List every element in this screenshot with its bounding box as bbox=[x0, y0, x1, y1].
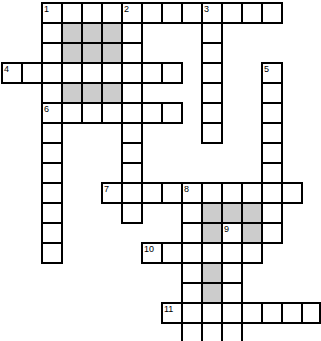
clue-number: 7 bbox=[104, 184, 109, 194]
grid-cell[interactable] bbox=[201, 62, 223, 84]
grid-cell[interactable] bbox=[241, 182, 263, 204]
grid-cell[interactable] bbox=[41, 142, 63, 164]
grid-cell[interactable] bbox=[121, 102, 143, 124]
grid-cell[interactable] bbox=[261, 142, 283, 164]
grid-cell[interactable] bbox=[81, 102, 103, 124]
grid-cell[interactable] bbox=[181, 222, 203, 244]
shaded-cell bbox=[101, 42, 123, 64]
clue-number: 3 bbox=[204, 4, 209, 14]
grid-cell[interactable] bbox=[181, 322, 203, 341]
clue-number: 11 bbox=[164, 304, 173, 314]
grid-cell[interactable] bbox=[161, 62, 183, 84]
clue-number: 10 bbox=[144, 244, 154, 254]
grid-cell[interactable] bbox=[181, 242, 203, 264]
grid-cell[interactable] bbox=[161, 102, 183, 124]
grid-cell[interactable] bbox=[101, 2, 123, 24]
shaded-cell bbox=[61, 22, 83, 44]
grid-cell[interactable] bbox=[201, 182, 223, 204]
grid-cell[interactable] bbox=[121, 202, 143, 224]
grid-cell[interactable] bbox=[141, 2, 163, 24]
grid-cell[interactable] bbox=[161, 2, 183, 24]
grid-cell[interactable] bbox=[101, 102, 123, 124]
grid-cell[interactable] bbox=[281, 302, 303, 324]
grid-cell[interactable] bbox=[201, 122, 223, 144]
grid-cell[interactable] bbox=[181, 302, 203, 324]
grid-cell[interactable] bbox=[261, 222, 283, 244]
shaded-cell bbox=[221, 202, 243, 224]
grid-cell[interactable] bbox=[261, 202, 283, 224]
shaded-cell bbox=[241, 222, 263, 244]
grid-cell[interactable] bbox=[201, 102, 223, 124]
grid-cell[interactable] bbox=[181, 282, 203, 304]
grid-cell[interactable] bbox=[41, 242, 63, 264]
grid-cell[interactable] bbox=[261, 162, 283, 184]
grid-cell[interactable] bbox=[221, 182, 243, 204]
grid-cell[interactable]: 6 bbox=[41, 102, 63, 124]
grid-cell[interactable] bbox=[41, 62, 63, 84]
grid-cell[interactable] bbox=[181, 202, 203, 224]
grid-cell[interactable] bbox=[221, 242, 243, 264]
grid-cell[interactable]: 9 bbox=[221, 222, 243, 244]
clue-number: 8 bbox=[184, 184, 189, 194]
grid-cell[interactable] bbox=[101, 62, 123, 84]
shaded-cell bbox=[81, 42, 103, 64]
grid-cell[interactable] bbox=[201, 302, 223, 324]
grid-cell[interactable]: 3 bbox=[201, 2, 223, 24]
clue-number: 5 bbox=[264, 64, 269, 74]
shaded-cell bbox=[61, 42, 83, 64]
grid-cell[interactable] bbox=[161, 242, 183, 264]
grid-cell[interactable] bbox=[21, 62, 43, 84]
grid-cell[interactable] bbox=[141, 102, 163, 124]
grid-cell[interactable] bbox=[41, 22, 63, 44]
grid-cell[interactable] bbox=[201, 42, 223, 64]
grid-cell[interactable] bbox=[81, 2, 103, 24]
grid-cell[interactable] bbox=[121, 162, 143, 184]
grid-cell[interactable] bbox=[141, 182, 163, 204]
grid-cell[interactable] bbox=[41, 42, 63, 64]
grid-cell[interactable] bbox=[121, 62, 143, 84]
grid-cell[interactable] bbox=[121, 182, 143, 204]
grid-cell[interactable] bbox=[181, 262, 203, 284]
grid-cell[interactable] bbox=[121, 42, 143, 64]
grid-cell[interactable] bbox=[261, 122, 283, 144]
grid-cell[interactable] bbox=[121, 122, 143, 144]
grid-cell[interactable] bbox=[241, 2, 263, 24]
grid-cell[interactable] bbox=[241, 242, 263, 264]
grid-cell[interactable] bbox=[281, 182, 303, 204]
grid-cell[interactable] bbox=[41, 182, 63, 204]
clue-number: 1 bbox=[44, 4, 49, 14]
grid-cell[interactable]: 10 bbox=[141, 242, 163, 264]
shaded-cell bbox=[201, 282, 223, 304]
clue-number: 4 bbox=[4, 64, 9, 74]
grid-cell[interactable] bbox=[141, 62, 163, 84]
grid-cell[interactable] bbox=[201, 22, 223, 44]
clue-number: 9 bbox=[224, 224, 229, 234]
shaded-cell bbox=[81, 82, 103, 104]
grid-cell[interactable] bbox=[61, 102, 83, 124]
grid-cell[interactable] bbox=[261, 2, 283, 24]
grid-cell[interactable] bbox=[61, 62, 83, 84]
grid-cell[interactable] bbox=[201, 242, 223, 264]
grid-cell[interactable] bbox=[261, 102, 283, 124]
grid-cell[interactable] bbox=[301, 302, 321, 324]
grid-cell[interactable] bbox=[221, 322, 243, 341]
grid-cell[interactable]: 1 bbox=[41, 2, 63, 24]
shaded-cell bbox=[61, 82, 83, 104]
shaded-cell bbox=[101, 82, 123, 104]
grid-cell[interactable]: 4 bbox=[1, 62, 23, 84]
grid-cell[interactable] bbox=[261, 182, 283, 204]
grid-cell[interactable] bbox=[201, 82, 223, 104]
grid-cell[interactable]: 2 bbox=[121, 2, 143, 24]
clue-number: 6 bbox=[44, 104, 49, 114]
grid-cell[interactable]: 5 bbox=[261, 62, 283, 84]
grid-cell[interactable] bbox=[41, 202, 63, 224]
grid-cell[interactable] bbox=[41, 162, 63, 184]
shaded-cell bbox=[101, 22, 123, 44]
grid-cell[interactable] bbox=[121, 82, 143, 104]
grid-cell[interactable] bbox=[121, 142, 143, 164]
grid-cell[interactable] bbox=[221, 262, 243, 284]
crossword-board: 1234567891011 bbox=[0, 0, 321, 341]
grid-cell[interactable]: 11 bbox=[161, 302, 183, 324]
grid-cell[interactable] bbox=[41, 82, 63, 104]
clue-number: 2 bbox=[124, 4, 129, 14]
grid-cell[interactable] bbox=[261, 302, 283, 324]
grid-cell[interactable] bbox=[221, 282, 243, 304]
shaded-cell bbox=[241, 202, 263, 224]
shaded-cell bbox=[201, 202, 223, 224]
grid-cell[interactable] bbox=[81, 62, 103, 84]
grid-cell[interactable] bbox=[221, 2, 243, 24]
grid-cell[interactable] bbox=[41, 222, 63, 244]
grid-cell[interactable] bbox=[61, 2, 83, 24]
grid-cell[interactable]: 7 bbox=[101, 182, 123, 204]
shaded-cell bbox=[201, 262, 223, 284]
shaded-cell bbox=[201, 222, 223, 244]
shaded-cell bbox=[81, 22, 103, 44]
grid-cell[interactable] bbox=[261, 82, 283, 104]
grid-cell[interactable] bbox=[41, 122, 63, 144]
grid-cell[interactable] bbox=[221, 302, 243, 324]
grid-cell[interactable] bbox=[161, 182, 183, 204]
grid-cell[interactable] bbox=[121, 22, 143, 44]
grid-cell[interactable] bbox=[181, 2, 203, 24]
grid-cell[interactable] bbox=[241, 302, 263, 324]
grid-cell[interactable]: 8 bbox=[181, 182, 203, 204]
